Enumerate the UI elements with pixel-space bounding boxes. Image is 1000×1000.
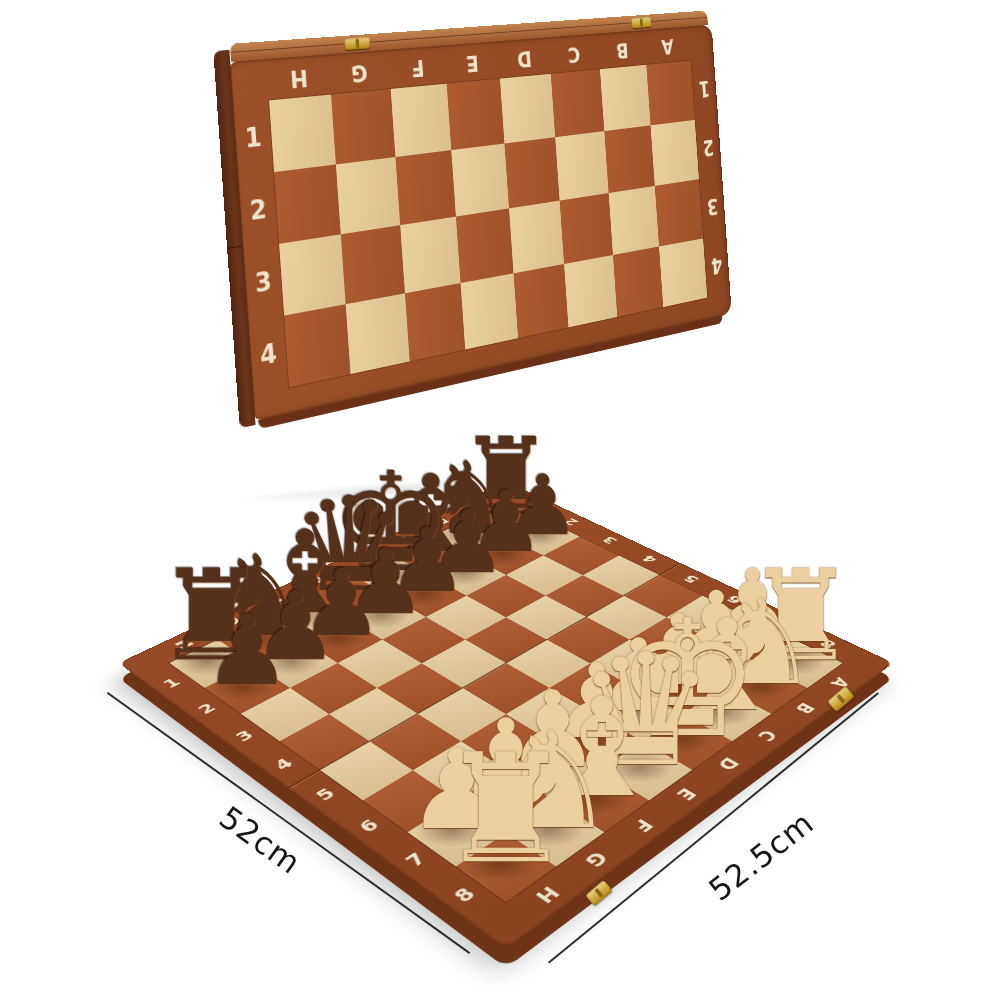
piece-shadow — [475, 504, 528, 528]
piece-shadow — [717, 623, 778, 651]
piece-c8-light-bishop: ♝ — [671, 603, 784, 729]
piece-b2-dark-pawn: ♟ — [468, 481, 544, 566]
rank-label: 2 — [193, 700, 220, 717]
piece-shadow — [512, 752, 581, 784]
square-f6 — [461, 714, 552, 770]
folded-square — [659, 238, 707, 307]
rank-label: 7 — [400, 848, 432, 870]
rank-label: 2 — [560, 516, 583, 527]
file-label: H — [169, 636, 198, 652]
file-label: B — [790, 700, 820, 717]
square-c4 — [506, 595, 586, 639]
square-h3 — [241, 688, 329, 741]
folded-file-label: H — [285, 63, 313, 92]
square-h1 — [169, 639, 253, 687]
piece-shadow — [764, 647, 826, 676]
file-label: C — [753, 727, 783, 745]
folded-square — [336, 157, 400, 234]
square-b3 — [506, 555, 583, 595]
square-d1 — [353, 555, 430, 595]
square-h5 — [320, 741, 413, 800]
piece-f2-dark-pawn: ♟ — [300, 558, 383, 651]
open-chess-board: AA11BB22CC33DD44EE55FF66GG77HH88 — [119, 481, 894, 949]
file-label: H — [530, 882, 566, 907]
rank-label: 6 — [354, 815, 385, 836]
piece-shadow — [511, 522, 566, 547]
square-a8 — [758, 639, 842, 687]
square-b6 — [629, 617, 711, 663]
folded-square — [274, 164, 341, 243]
piece-f7-light-pawn: ♟ — [505, 677, 599, 782]
piece-shadow — [474, 541, 530, 566]
square-b5 — [586, 595, 666, 639]
folded-square — [504, 137, 559, 208]
folded-square — [560, 193, 613, 264]
piece-g1-dark-knight: ♞ — [209, 541, 310, 653]
folded-rank-label: 3 — [703, 192, 723, 219]
folded-rank-label: 2 — [243, 193, 273, 227]
piece-shadow — [414, 814, 487, 847]
folded-square — [600, 65, 651, 131]
folded-square — [331, 89, 395, 164]
piece-shadow — [175, 647, 237, 676]
piece-shadow — [560, 782, 631, 814]
folded-square — [555, 131, 608, 200]
folded-rank-label: 3 — [248, 265, 278, 299]
square-e2 — [345, 595, 425, 639]
piece-shadow — [465, 782, 536, 814]
piece-shadow — [462, 847, 537, 881]
square-f4 — [377, 663, 463, 714]
piece-d2-dark-pawn: ♟ — [388, 518, 467, 607]
square-e7 — [551, 714, 642, 770]
square-a7 — [711, 617, 793, 663]
file-label: B — [429, 516, 453, 528]
piece-e7-light-pawn: ♟ — [551, 651, 643, 753]
clasp-icon — [585, 880, 612, 906]
folded-rank-label: 1 — [694, 75, 714, 101]
square-g8 — [506, 800, 604, 866]
square-f8 — [554, 770, 650, 832]
folded-square — [390, 84, 451, 157]
folded-square — [395, 150, 456, 225]
board-thickness — [119, 493, 894, 968]
square-g4 — [329, 688, 417, 741]
folded-square — [400, 217, 461, 294]
square-d4 — [465, 617, 547, 663]
piece-shadow — [271, 601, 331, 628]
square-f7 — [506, 741, 599, 800]
piece-shadow — [315, 580, 373, 607]
folded-square — [341, 225, 405, 304]
file-label: D — [712, 754, 744, 774]
square-g5 — [370, 714, 461, 770]
folded-square — [456, 208, 514, 283]
folded-board-face: HGFEDCBA12341234 — [229, 25, 732, 421]
folded-file-label: A — [657, 34, 678, 59]
piece-g7-light-pawn: ♟ — [458, 705, 555, 813]
rank-label: 3 — [598, 534, 621, 546]
square-g3 — [290, 663, 376, 714]
piece-c7-light-pawn: ♟ — [635, 602, 722, 699]
square-h2 — [204, 663, 290, 714]
piece-b8-light-knight: ♞ — [712, 584, 818, 702]
rank-label: 1 — [523, 499, 545, 510]
file-label: G — [579, 848, 614, 871]
square-a1 — [470, 501, 542, 536]
piece-g2-dark-pawn: ♟ — [253, 579, 338, 674]
piece-shadow — [394, 580, 452, 607]
hinge-icon — [344, 37, 370, 50]
piece-a2-dark-pawn: ♟ — [506, 463, 580, 546]
piece-shadow — [438, 522, 493, 547]
piece-g8-light-knight: ♞ — [495, 714, 616, 848]
rank-label: 8 — [448, 883, 481, 906]
piece-a8-light-rook: ♜ — [744, 553, 856, 678]
folded-square — [655, 179, 703, 246]
piece-a7-light-pawn: ♟ — [711, 558, 794, 651]
square-a2 — [506, 518, 580, 555]
folded-square — [446, 79, 504, 151]
folded-square — [451, 143, 509, 216]
folded-rank-label: 4 — [254, 337, 284, 372]
square-d3 — [426, 595, 506, 639]
square-c5 — [547, 617, 629, 663]
square-h7 — [408, 800, 506, 866]
piece-h2-dark-pawn: ♟ — [204, 602, 291, 699]
folded-square — [646, 61, 695, 126]
folded-square — [346, 293, 409, 374]
square-a5 — [624, 575, 702, 617]
piece-d7-light-pawn: ♟ — [594, 626, 683, 726]
folded-chess-box: HGFEDCBA12341234 — [228, 44, 868, 432]
square-c2 — [429, 555, 506, 595]
square-h6 — [362, 770, 458, 832]
rank-label: 5 — [679, 573, 703, 586]
folded-file-label: B — [611, 38, 633, 63]
square-c1 — [393, 537, 468, 575]
piece-shadow — [606, 752, 675, 784]
square-e1 — [310, 575, 388, 617]
piece-shadow — [513, 814, 586, 847]
width-dimension-label: 52cm — [213, 799, 308, 881]
piece-shadow — [399, 541, 455, 566]
piece-b1-dark-knight: ♞ — [424, 448, 514, 548]
square-d7 — [594, 688, 682, 741]
piece-b7-light-pawn: ♟ — [674, 579, 759, 674]
depth-dimension-line — [548, 692, 879, 963]
square-b1 — [432, 518, 506, 555]
rank-label: 8 — [816, 637, 841, 652]
file-label: D — [350, 553, 376, 566]
piece-e8-light-queen: ♛ — [576, 633, 715, 788]
square-d8 — [642, 714, 733, 770]
board-coordinate-labels: AA11BB22CC33DD44EE55FF66GG77HH88 — [506, 481, 893, 663]
piece-d1-dark-king: ♚ — [330, 455, 453, 592]
square-b4 — [545, 575, 623, 617]
folded-square — [604, 125, 655, 193]
rank-label: 7 — [768, 614, 793, 628]
file-label: F — [264, 593, 290, 606]
piece-shadow — [358, 560, 415, 586]
square-c8 — [683, 688, 771, 741]
file-label: E — [671, 784, 702, 804]
hinge-icon — [631, 17, 651, 28]
square-g7 — [458, 770, 554, 832]
piece-f8-light-bishop: ♝ — [541, 680, 663, 816]
product-photo-canvas: HGFEDCBA12341234 AA11BB22CC33DD44EE55FF6… — [0, 0, 1000, 1000]
folded-square — [650, 120, 699, 186]
piece-shadow — [435, 560, 492, 586]
square-g2 — [254, 639, 338, 687]
file-label: C — [390, 534, 414, 546]
square-g1 — [218, 617, 300, 663]
folded-file-label: E — [460, 50, 485, 77]
square-e5 — [463, 663, 549, 714]
piece-shadow — [689, 697, 755, 727]
piece-shadow — [351, 601, 411, 628]
square-c6 — [590, 639, 674, 687]
piece-f1-dark-bishop: ♝ — [254, 516, 357, 630]
piece-shadow — [728, 671, 792, 700]
square-b2 — [468, 537, 543, 575]
square-d6 — [549, 663, 635, 714]
folded-rank-label: 1 — [238, 121, 268, 154]
square-a3 — [544, 537, 619, 575]
rank-label: 6 — [723, 593, 747, 606]
square-c3 — [467, 575, 545, 617]
folded-square — [514, 264, 569, 338]
folded-square — [269, 95, 336, 173]
square-f2 — [301, 617, 383, 663]
file-label: G — [218, 614, 246, 629]
folded-square — [551, 69, 604, 137]
clasp-icon — [827, 686, 854, 712]
square-d2 — [388, 575, 466, 617]
folded-square — [460, 273, 518, 349]
piece-h1-dark-rook: ♜ — [155, 553, 267, 678]
piece-e2-dark-pawn: ♟ — [345, 537, 426, 628]
square-b7 — [674, 639, 758, 687]
square-e6 — [506, 688, 594, 741]
square-g6 — [413, 741, 506, 800]
square-f5 — [418, 688, 506, 741]
square-h8 — [455, 832, 556, 902]
square-f1 — [265, 595, 345, 639]
square-e3 — [383, 617, 465, 663]
file-label: E — [308, 573, 333, 586]
square-c7 — [635, 663, 721, 714]
square-a6 — [667, 595, 747, 639]
folded-rank-label: 4 — [707, 251, 727, 279]
square-b8 — [722, 663, 808, 714]
folded-square — [284, 304, 351, 387]
rank-label: 1 — [158, 675, 184, 691]
piece-c2-dark-pawn: ♟ — [429, 499, 507, 586]
piece-shadow — [558, 724, 625, 755]
file-label: F — [627, 816, 659, 837]
folded-square — [608, 186, 659, 255]
folded-file-label: C — [563, 41, 585, 67]
piece-shadow — [680, 647, 742, 676]
width-dimension-line — [107, 692, 470, 954]
square-d5 — [506, 639, 590, 687]
rank-label: 5 — [310, 784, 339, 804]
folded-file-label: F — [404, 54, 430, 82]
rank-label: 4 — [638, 553, 662, 565]
folded-rank-label: 2 — [698, 134, 718, 161]
square-f3 — [338, 639, 422, 687]
fold-seam — [287, 563, 681, 789]
piece-h8-light-rook: ♜ — [439, 734, 574, 884]
folded-file-label: D — [513, 45, 537, 71]
rank-label: 3 — [230, 727, 258, 745]
file-label: A — [466, 499, 490, 510]
folded-square — [279, 234, 346, 315]
rank-label: 4 — [269, 755, 298, 774]
piece-d8-light-king: ♚ — [615, 599, 760, 761]
folded-file-label: G — [346, 59, 373, 88]
box-shadow — [234, 472, 534, 509]
folded-square — [613, 247, 663, 317]
fold-seam-highlight — [289, 563, 682, 789]
folded-square — [509, 201, 564, 274]
square-a4 — [583, 555, 660, 595]
piece-h7-light-pawn: ♟ — [407, 735, 507, 846]
folded-square — [405, 283, 465, 361]
piece-shadow — [259, 647, 321, 676]
piece-shadow — [210, 671, 274, 700]
piece-shadow — [641, 671, 705, 700]
piece-shadow — [601, 697, 667, 727]
folded-square — [500, 74, 555, 144]
square-h4 — [279, 714, 370, 770]
piece-shadow — [224, 623, 285, 651]
square-e4 — [422, 639, 506, 687]
piece-shadow — [306, 623, 367, 651]
folded-square — [564, 255, 617, 327]
piece-shadow — [648, 724, 715, 755]
square-e8 — [599, 741, 692, 800]
